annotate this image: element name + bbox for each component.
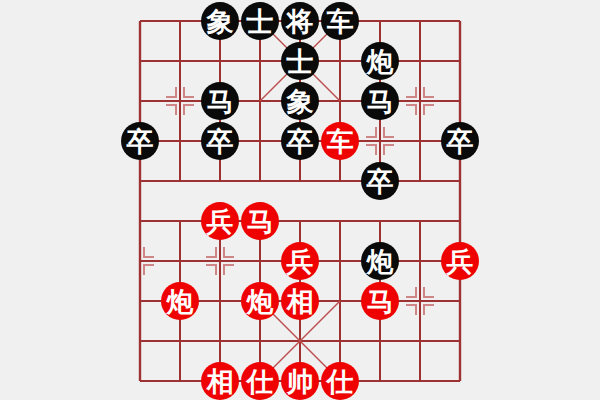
point-c4-r5[interactable] — [280, 201, 320, 241]
piece-black-cannon[interactable]: 炮 — [361, 242, 399, 280]
point-c3-r2[interactable] — [240, 81, 280, 121]
piece-red-soldier[interactable]: 兵 — [281, 242, 319, 280]
point-c0-r1[interactable] — [120, 41, 160, 81]
point-c5-r8[interactable] — [320, 321, 360, 361]
xiangqi-board-screen: 象士将车士炮马象马卒卒卒车卒卒兵马兵炮兵炮炮相马相仕帅仕 — [0, 0, 600, 400]
point-c3-r6[interactable] — [240, 241, 280, 281]
point-c8-r8[interactable] — [440, 321, 480, 361]
point-c1-r1[interactable] — [160, 41, 200, 81]
point-c3-r4[interactable] — [240, 161, 280, 201]
point-c5-r0[interactable]: 车 — [320, 1, 360, 41]
point-c8-r1[interactable] — [440, 41, 480, 81]
point-c5-r1[interactable] — [320, 41, 360, 81]
piece-red-advisor[interactable]: 仕 — [241, 362, 279, 400]
point-c5-r4[interactable] — [320, 161, 360, 201]
point-c8-r0[interactable] — [440, 1, 480, 41]
point-c7-r0[interactable] — [400, 1, 440, 41]
point-c2-r0[interactable]: 象 — [200, 1, 240, 41]
point-c8-r3[interactable]: 卒 — [440, 121, 480, 161]
point-c0-r5[interactable] — [120, 201, 160, 241]
point-c4-r4[interactable] — [280, 161, 320, 201]
point-c1-r2[interactable] — [160, 81, 200, 121]
point-c8-r5[interactable] — [440, 201, 480, 241]
point-c1-r6[interactable] — [160, 241, 200, 281]
piece-black-advisor[interactable]: 士 — [281, 42, 319, 80]
piece-black-horse[interactable]: 马 — [201, 82, 239, 120]
point-c6-r1[interactable]: 炮 — [360, 41, 400, 81]
point-c6-r7[interactable]: 马 — [360, 281, 400, 321]
point-c6-r2[interactable]: 马 — [360, 81, 400, 121]
point-c7-r7[interactable] — [400, 281, 440, 321]
point-c6-r8[interactable] — [360, 321, 400, 361]
point-c2-r3[interactable]: 卒 — [200, 121, 240, 161]
point-c2-r9[interactable]: 相 — [200, 361, 240, 400]
point-c0-r6[interactable] — [120, 241, 160, 281]
point-c4-r7[interactable]: 相 — [280, 281, 320, 321]
point-c8-r9[interactable] — [440, 361, 480, 400]
piece-red-soldier[interactable]: 兵 — [201, 202, 239, 240]
point-c7-r4[interactable] — [400, 161, 440, 201]
point-c4-r2[interactable]: 象 — [280, 81, 320, 121]
point-c4-r8[interactable] — [280, 321, 320, 361]
point-c8-r4[interactable] — [440, 161, 480, 201]
piece-red-soldier[interactable]: 兵 — [441, 242, 479, 280]
point-c3-r1[interactable] — [240, 41, 280, 81]
xiangqi-board: 象士将车士炮马象马卒卒卒车卒卒兵马兵炮兵炮炮相马相仕帅仕 — [120, 1, 480, 400]
point-c4-r3[interactable]: 卒 — [280, 121, 320, 161]
piece-black-general[interactable]: 将 — [281, 2, 319, 40]
piece-red-general[interactable]: 帅 — [281, 362, 319, 400]
piece-black-elephant[interactable]: 象 — [281, 82, 319, 120]
piece-black-horse[interactable]: 马 — [361, 82, 399, 120]
point-c6-r3[interactable] — [360, 121, 400, 161]
piece-red-elephant[interactable]: 相 — [281, 282, 319, 320]
point-c7-r5[interactable] — [400, 201, 440, 241]
point-c0-r8[interactable] — [120, 321, 160, 361]
point-c7-r1[interactable] — [400, 41, 440, 81]
point-c0-r2[interactable] — [120, 81, 160, 121]
piece-black-elephant[interactable]: 象 — [201, 2, 239, 40]
point-c2-r6[interactable] — [200, 241, 240, 281]
piece-black-cannon[interactable]: 炮 — [361, 42, 399, 80]
point-c1-r3[interactable] — [160, 121, 200, 161]
point-c0-r7[interactable] — [120, 281, 160, 321]
piece-red-chariot[interactable]: 车 — [321, 122, 359, 160]
point-c1-r4[interactable] — [160, 161, 200, 201]
point-c4-r1[interactable]: 士 — [280, 41, 320, 81]
point-c8-r2[interactable] — [440, 81, 480, 121]
point-c7-r8[interactable] — [400, 321, 440, 361]
piece-black-advisor[interactable]: 士 — [241, 2, 279, 40]
point-c5-r3[interactable]: 车 — [320, 121, 360, 161]
point-c2-r2[interactable]: 马 — [200, 81, 240, 121]
point-c0-r4[interactable] — [120, 161, 160, 201]
point-c3-r7[interactable]: 炮 — [240, 281, 280, 321]
point-c3-r0[interactable]: 士 — [240, 1, 280, 41]
point-c6-r6[interactable]: 炮 — [360, 241, 400, 281]
point-c2-r8[interactable] — [200, 321, 240, 361]
point-c3-r9[interactable]: 仕 — [240, 361, 280, 400]
point-c5-r5[interactable] — [320, 201, 360, 241]
point-c2-r5[interactable]: 兵 — [200, 201, 240, 241]
point-c6-r5[interactable] — [360, 201, 400, 241]
piece-black-soldier[interactable]: 卒 — [361, 162, 399, 200]
point-c0-r9[interactable] — [120, 361, 160, 400]
piece-black-soldier[interactable]: 卒 — [281, 122, 319, 160]
point-c2-r7[interactable] — [200, 281, 240, 321]
point-c7-r6[interactable] — [400, 241, 440, 281]
point-c0-r3[interactable]: 卒 — [120, 121, 160, 161]
point-c0-r0[interactable] — [120, 1, 160, 41]
piece-black-soldier[interactable]: 卒 — [441, 122, 479, 160]
piece-black-chariot[interactable]: 车 — [321, 2, 359, 40]
point-c1-r5[interactable] — [160, 201, 200, 241]
point-c5-r6[interactable] — [320, 241, 360, 281]
point-c6-r0[interactable] — [360, 1, 400, 41]
point-c4-r6[interactable]: 兵 — [280, 241, 320, 281]
point-c2-r1[interactable] — [200, 41, 240, 81]
point-c8-r7[interactable] — [440, 281, 480, 321]
point-c3-r5[interactable]: 马 — [240, 201, 280, 241]
piece-red-elephant[interactable]: 相 — [201, 362, 239, 400]
point-c4-r0[interactable]: 将 — [280, 1, 320, 41]
point-c3-r3[interactable] — [240, 121, 280, 161]
piece-red-advisor[interactable]: 仕 — [321, 362, 359, 400]
point-c7-r9[interactable] — [400, 361, 440, 400]
piece-red-cannon[interactable]: 炮 — [161, 282, 199, 320]
point-c6-r4[interactable]: 卒 — [360, 161, 400, 201]
point-c5-r9[interactable]: 仕 — [320, 361, 360, 400]
point-c3-r8[interactable] — [240, 321, 280, 361]
piece-red-horse[interactable]: 马 — [361, 282, 399, 320]
piece-red-cannon[interactable]: 炮 — [241, 282, 279, 320]
point-c5-r2[interactable] — [320, 81, 360, 121]
point-c7-r2[interactable] — [400, 81, 440, 121]
point-c2-r4[interactable] — [200, 161, 240, 201]
point-c8-r6[interactable]: 兵 — [440, 241, 480, 281]
point-c6-r9[interactable] — [360, 361, 400, 400]
point-c1-r0[interactable] — [160, 1, 200, 41]
point-c4-r9[interactable]: 帅 — [280, 361, 320, 400]
point-c1-r9[interactable] — [160, 361, 200, 400]
point-c1-r7[interactable]: 炮 — [160, 281, 200, 321]
piece-black-soldier[interactable]: 卒 — [121, 122, 159, 160]
point-c5-r7[interactable] — [320, 281, 360, 321]
point-c1-r8[interactable] — [160, 321, 200, 361]
piece-red-horse[interactable]: 马 — [241, 202, 279, 240]
point-c7-r3[interactable] — [400, 121, 440, 161]
piece-black-soldier[interactable]: 卒 — [201, 122, 239, 160]
